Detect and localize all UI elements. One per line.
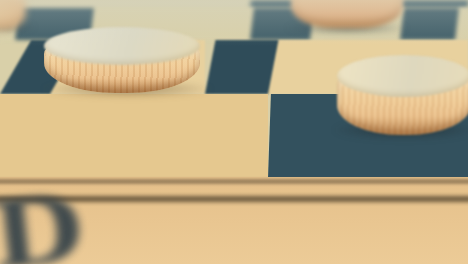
board-square-dark	[400, 0, 468, 8]
board-square-dark	[15, 8, 94, 40]
board-square-light	[268, 40, 468, 94]
board-square-dark	[250, 8, 314, 40]
board-frame: D	[0, 177, 468, 264]
board-square-light	[0, 94, 268, 178]
board-row-far	[0, 8, 468, 40]
board-square-light	[0, 0, 251, 8]
board-square-dark	[268, 94, 468, 178]
board-square-dark	[400, 8, 459, 40]
board-square-dark	[205, 40, 278, 94]
checkers-board	[0, 0, 468, 178]
board-square-light	[295, 0, 401, 8]
board-square-dark	[250, 0, 296, 8]
board-row-back	[0, 0, 468, 8]
board-row-mid	[0, 40, 468, 94]
board-square-light	[310, 8, 404, 40]
checkers-macro-photo: D	[0, 0, 468, 264]
frame-coordinate-letter: D	[0, 191, 87, 264]
board-row-near	[0, 94, 468, 178]
board-square-light	[90, 8, 254, 40]
